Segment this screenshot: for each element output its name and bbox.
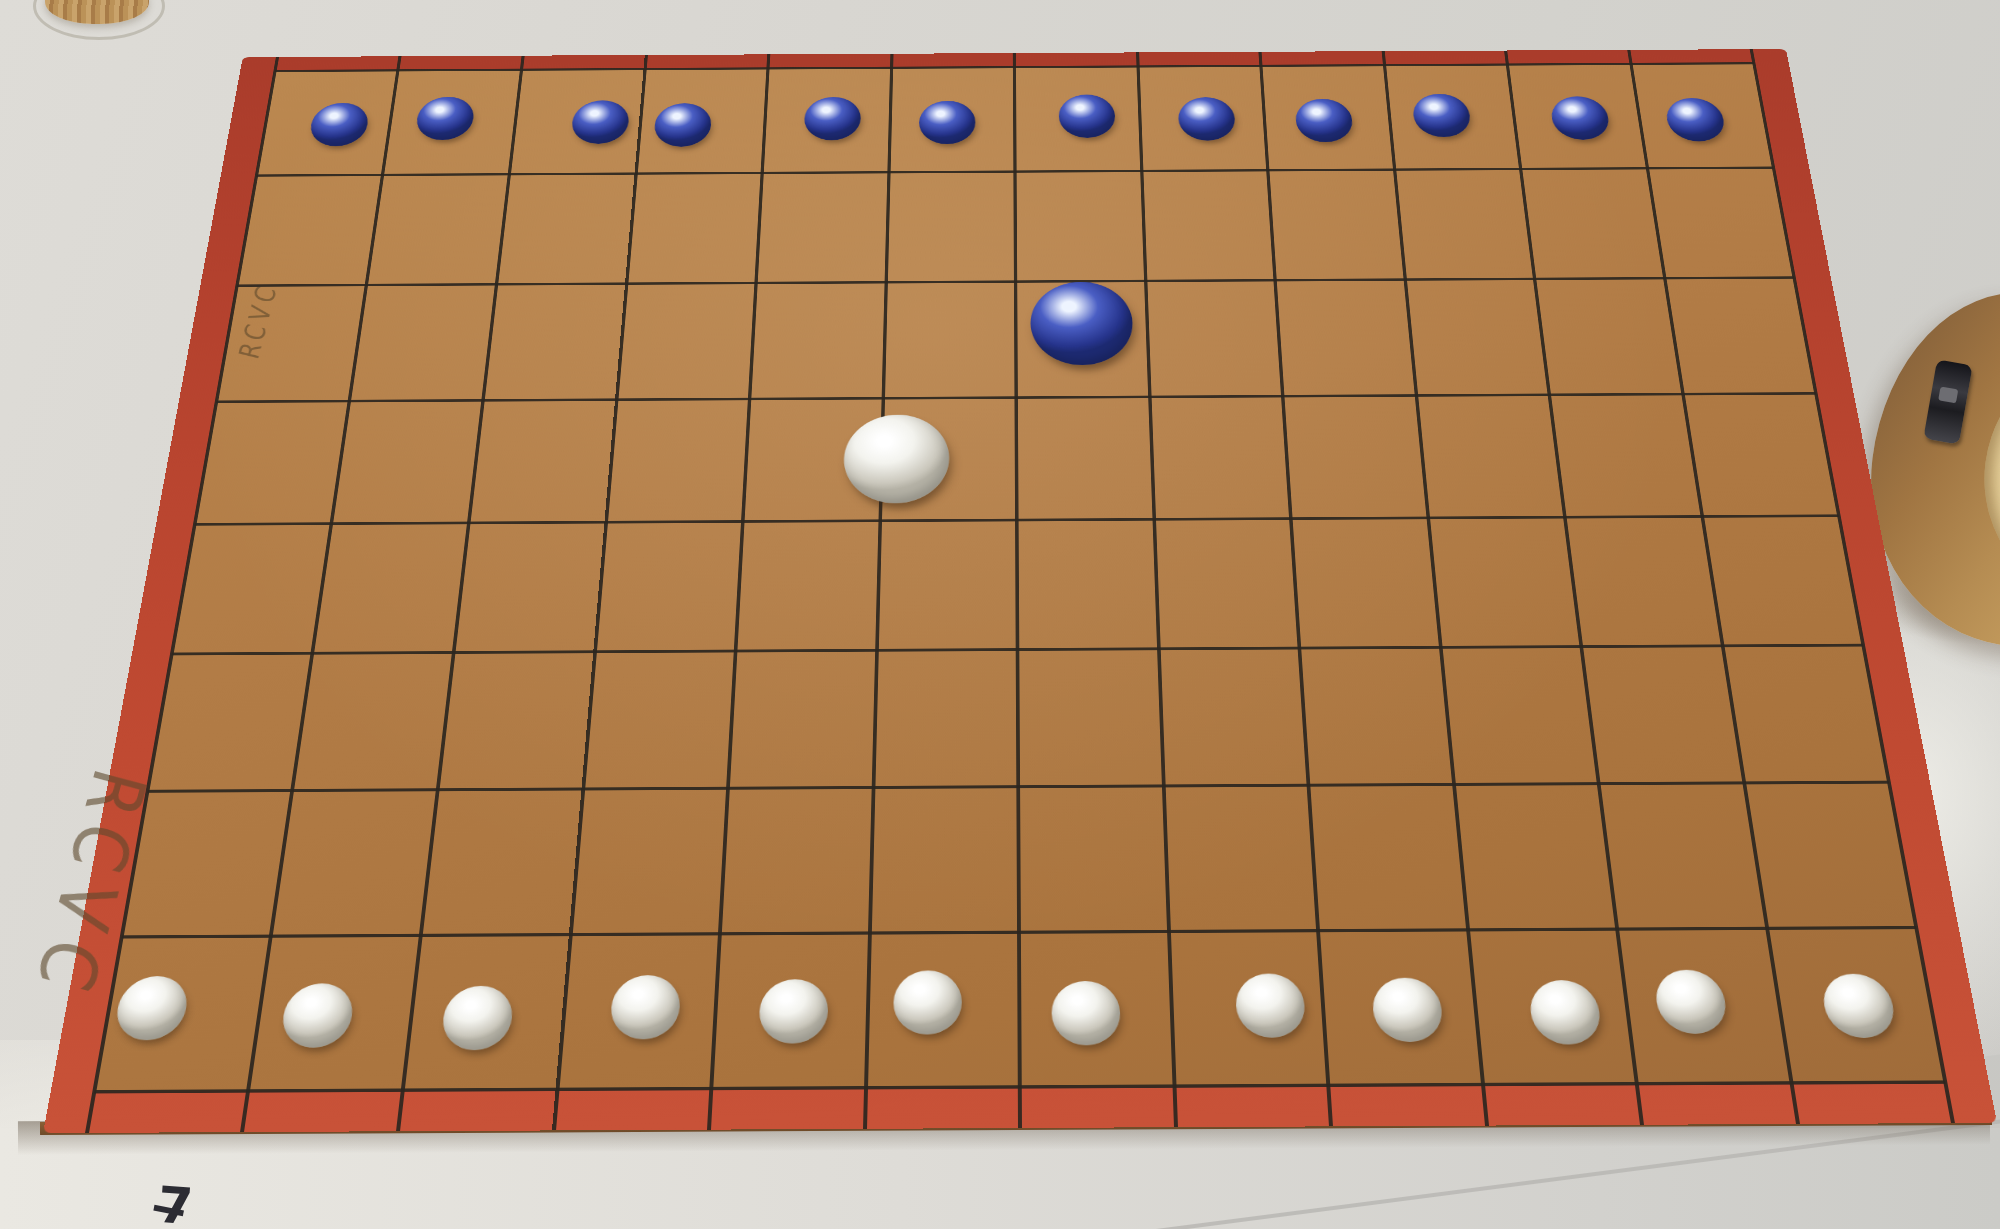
- blue-stone[interactable]: [653, 103, 713, 147]
- grid-vline: [1013, 53, 1022, 1128]
- blue-stone[interactable]: [1294, 99, 1354, 143]
- blue-stone[interactable]: [803, 97, 861, 141]
- white-stone[interactable]: [1819, 974, 1899, 1039]
- white-stone[interactable]: [1528, 980, 1604, 1045]
- grid-vline: [1381, 51, 1488, 1125]
- white-stone[interactable]: [893, 970, 962, 1034]
- grid-vline: [1136, 52, 1178, 1127]
- blue-dux-stone[interactable]: [1030, 282, 1134, 366]
- white-stone[interactable]: [1652, 970, 1729, 1034]
- grid-vline: [1504, 51, 1644, 1125]
- blue-stone[interactable]: [1178, 97, 1236, 141]
- white-dux-stone[interactable]: [843, 414, 950, 503]
- blue-stone[interactable]: [919, 101, 976, 145]
- white-stone[interactable]: [440, 986, 515, 1051]
- white-stone[interactable]: [112, 976, 191, 1040]
- grid-vline: [396, 56, 525, 1132]
- grid-vline: [1627, 50, 1800, 1124]
- blue-stone[interactable]: [1664, 98, 1728, 142]
- pencil-inscription: RCVC: [231, 284, 284, 360]
- blue-stone[interactable]: [1549, 96, 1611, 140]
- handwritten-seven-glyph: 7: [156, 1176, 195, 1229]
- white-stone[interactable]: [1051, 981, 1121, 1046]
- photo-scene: RCVCRCVC 7: [0, 0, 2000, 1229]
- grid-vline: [85, 57, 279, 1133]
- blue-stone[interactable]: [1411, 94, 1472, 138]
- blue-stone[interactable]: [414, 97, 476, 141]
- grid-vline: [1258, 52, 1333, 1127]
- white-stone[interactable]: [279, 983, 356, 1048]
- grid-vline: [552, 55, 648, 1130]
- blue-stone[interactable]: [307, 103, 370, 147]
- blue-stone[interactable]: [1058, 94, 1115, 138]
- pencil-inscription: RCVC: [15, 764, 166, 999]
- white-stone[interactable]: [609, 975, 682, 1039]
- handwritten-seven: 7: [156, 1180, 194, 1229]
- grid-vline: [863, 54, 894, 1129]
- white-stone[interactable]: [1370, 978, 1444, 1043]
- board-surface[interactable]: RCVCRCVC: [94, 63, 1945, 1092]
- grid-vline: [707, 54, 770, 1129]
- blue-stone[interactable]: [570, 100, 630, 144]
- grid-vline: [240, 56, 401, 1132]
- latrunculi-board: RCVCRCVC: [43, 49, 1997, 1133]
- white-stone[interactable]: [1235, 973, 1307, 1037]
- white-stone[interactable]: [758, 979, 829, 1044]
